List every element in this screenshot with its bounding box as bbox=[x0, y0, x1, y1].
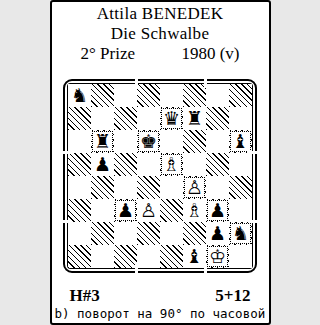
board-grid: ♞♛♜♜♚♝♟♗♙♟♙♗♟♟♞♝♔ bbox=[68, 84, 252, 268]
stipulation-label: H#3 bbox=[70, 286, 100, 306]
source-name: Die Schwalbe bbox=[52, 24, 269, 44]
square-h3 bbox=[229, 199, 252, 222]
square-c3: ♟ bbox=[114, 199, 137, 222]
square-d1 bbox=[137, 245, 160, 268]
square-c1 bbox=[114, 245, 137, 268]
frame-notch bbox=[248, 220, 257, 223]
square-f3: ♗ bbox=[183, 199, 206, 222]
black-rook: ♜ bbox=[94, 131, 111, 152]
square-e8 bbox=[160, 84, 183, 107]
piece-patch: ♝ bbox=[230, 131, 251, 152]
piece-patch: ♜ bbox=[92, 131, 113, 152]
twin-condition: b) поворот на 90° по часовой bbox=[52, 306, 269, 322]
square-f8 bbox=[183, 84, 206, 107]
square-b6: ♜ bbox=[91, 130, 114, 153]
square-h2: ♞ bbox=[229, 222, 252, 245]
square-g3: ♟ bbox=[206, 199, 229, 222]
square-c8 bbox=[114, 84, 137, 107]
chess-board: ♞♛♜♜♚♝♟♗♙♟♙♗♟♟♞♝♔ bbox=[63, 79, 257, 273]
black-pawn: ♟ bbox=[117, 200, 134, 221]
black-pawn: ♟ bbox=[209, 200, 226, 221]
square-d5 bbox=[137, 153, 160, 176]
white-bishop: ♗ bbox=[186, 200, 203, 221]
square-b5: ♟ bbox=[91, 153, 114, 176]
square-g6 bbox=[206, 130, 229, 153]
diagram-header: Attila BENEDEK Die Schwalbe 2° Prize 198… bbox=[52, 4, 269, 64]
square-e4 bbox=[160, 176, 183, 199]
square-d6: ♚ bbox=[137, 130, 160, 153]
frame-notch bbox=[63, 220, 72, 223]
square-g4 bbox=[206, 176, 229, 199]
square-b3 bbox=[91, 199, 114, 222]
piece-patch: ♙ bbox=[184, 177, 205, 198]
square-c2 bbox=[114, 222, 137, 245]
board-inner-frame: ♞♛♜♜♚♝♟♗♙♟♙♗♟♟♞♝♔ bbox=[67, 83, 253, 269]
square-b7 bbox=[91, 107, 114, 130]
award-label: 2° Prize bbox=[81, 44, 135, 64]
square-a3 bbox=[68, 199, 91, 222]
square-e2 bbox=[160, 222, 183, 245]
square-h5 bbox=[229, 153, 252, 176]
square-a5 bbox=[68, 153, 91, 176]
square-c4 bbox=[114, 176, 137, 199]
white-king: ♔ bbox=[209, 246, 226, 267]
black-bishop: ♝ bbox=[232, 131, 249, 152]
frame-notch bbox=[135, 264, 138, 273]
square-b1 bbox=[91, 245, 114, 268]
award-row: 2° Prize 1980 (v) bbox=[52, 44, 269, 64]
square-e5: ♗ bbox=[160, 153, 183, 176]
black-bishop: ♝ bbox=[186, 246, 203, 267]
square-f6 bbox=[183, 130, 206, 153]
square-g1: ♔ bbox=[206, 245, 229, 268]
square-h4 bbox=[229, 176, 252, 199]
black-knight: ♞ bbox=[71, 85, 88, 106]
piece-patch: ♚ bbox=[138, 131, 159, 152]
square-e3 bbox=[160, 199, 183, 222]
material-count: 5+12 bbox=[215, 286, 250, 306]
square-d3: ♙ bbox=[137, 199, 160, 222]
square-f7: ♜ bbox=[183, 107, 206, 130]
piece-patch: ♔ bbox=[207, 246, 228, 267]
square-c5 bbox=[114, 153, 137, 176]
square-e1 bbox=[160, 245, 183, 268]
frame-notch bbox=[204, 79, 207, 88]
square-g8 bbox=[206, 84, 229, 107]
square-a6 bbox=[68, 130, 91, 153]
square-c7 bbox=[114, 107, 137, 130]
square-d8 bbox=[137, 84, 160, 107]
author-name: Attila BENEDEK bbox=[52, 4, 269, 24]
black-queen: ♛ bbox=[163, 108, 180, 129]
frame-notch bbox=[204, 264, 207, 273]
piece-patch: ♞ bbox=[230, 223, 251, 244]
piece-patch: ♟ bbox=[115, 200, 136, 221]
stipulation-row: H#3 5+12 bbox=[52, 286, 269, 306]
square-b8 bbox=[91, 84, 114, 107]
square-g5 bbox=[206, 153, 229, 176]
square-e7: ♛ bbox=[160, 107, 183, 130]
piece-patch: ♗ bbox=[161, 154, 182, 175]
square-f5 bbox=[183, 153, 206, 176]
square-f1: ♝ bbox=[183, 245, 206, 268]
year-label: 1980 (v) bbox=[181, 44, 239, 64]
square-d2 bbox=[137, 222, 160, 245]
square-a4 bbox=[68, 176, 91, 199]
piece-patch: ♟ bbox=[207, 200, 228, 221]
square-h7 bbox=[229, 107, 252, 130]
black-pawn: ♟ bbox=[94, 154, 111, 175]
square-a7 bbox=[68, 107, 91, 130]
square-g7 bbox=[206, 107, 229, 130]
square-g2: ♟ bbox=[206, 222, 229, 245]
piece-patch: ♛ bbox=[161, 108, 182, 129]
square-e6 bbox=[160, 130, 183, 153]
square-b4 bbox=[91, 176, 114, 199]
square-h1 bbox=[229, 245, 252, 268]
black-knight: ♞ bbox=[232, 223, 249, 244]
white-pawn: ♙ bbox=[186, 177, 203, 198]
square-f2 bbox=[183, 222, 206, 245]
frame-notch bbox=[248, 151, 257, 154]
square-a1 bbox=[68, 245, 91, 268]
square-c6 bbox=[114, 130, 137, 153]
black-rook: ♜ bbox=[186, 108, 203, 129]
square-h8 bbox=[229, 84, 252, 107]
square-d7 bbox=[137, 107, 160, 130]
frame-notch bbox=[135, 79, 138, 88]
problem-diagram-card: Attila BENEDEK Die Schwalbe 2° Prize 198… bbox=[50, 0, 271, 325]
square-d4 bbox=[137, 176, 160, 199]
square-a2 bbox=[68, 222, 91, 245]
frame-notch bbox=[63, 151, 72, 154]
square-f4: ♙ bbox=[183, 176, 206, 199]
black-king: ♚ bbox=[140, 131, 157, 152]
square-b2 bbox=[91, 222, 114, 245]
square-a8: ♞ bbox=[68, 84, 91, 107]
black-pawn: ♟ bbox=[209, 223, 226, 244]
white-bishop: ♗ bbox=[163, 154, 180, 175]
square-h6: ♝ bbox=[229, 130, 252, 153]
white-pawn: ♙ bbox=[140, 200, 157, 221]
